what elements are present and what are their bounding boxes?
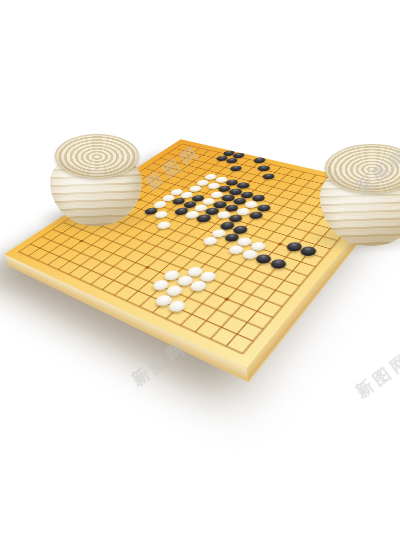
white-stone [154,220,173,230]
photo-scene: 新图网 新图网 新图网 新图网 [0,0,400,533]
black-stone [227,165,243,172]
black-stone [256,165,272,172]
black-stone [252,157,268,164]
stone-bowl-right [320,144,400,246]
stone-bowl-left [50,134,142,226]
watermark-text: 新图网 [351,348,400,404]
black-stone [260,173,277,181]
